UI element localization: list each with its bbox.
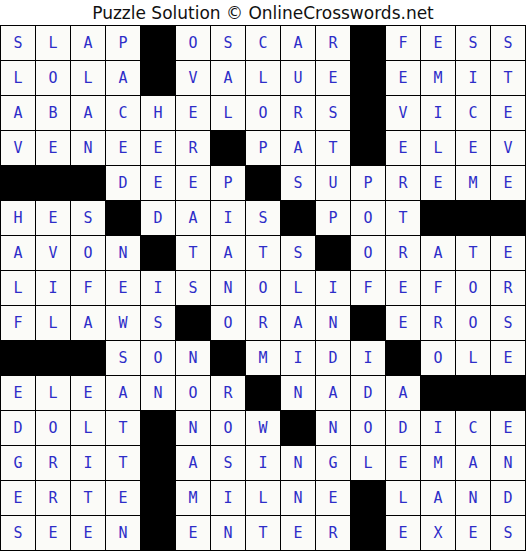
- letter-cell: E: [176, 166, 211, 201]
- letter-cell: E: [421, 166, 456, 201]
- letter-cell: A: [71, 306, 106, 341]
- block-cell: [351, 516, 386, 551]
- letter-cell: O: [176, 376, 211, 411]
- letter-cell: S: [176, 271, 211, 306]
- letter-cell: E: [176, 516, 211, 551]
- letter-cell: N: [176, 341, 211, 376]
- letter-cell: L: [246, 61, 281, 96]
- letter-cell: S: [281, 166, 316, 201]
- letter-cell: V: [1, 131, 36, 166]
- letter-cell: R: [386, 166, 421, 201]
- letter-cell: O: [141, 341, 176, 376]
- letter-cell: N: [316, 411, 351, 446]
- letter-cell: M: [421, 61, 456, 96]
- letter-cell: F: [421, 271, 456, 306]
- letter-cell: I: [456, 61, 491, 96]
- letter-cell: R: [491, 271, 526, 306]
- letter-cell: T: [246, 236, 281, 271]
- letter-cell: L: [211, 96, 246, 131]
- letter-cell: L: [281, 271, 316, 306]
- letter-cell: N: [211, 271, 246, 306]
- letter-cell: T: [106, 446, 141, 481]
- letter-cell: I: [71, 446, 106, 481]
- letter-cell: A: [281, 26, 316, 61]
- letter-cell: N: [176, 411, 211, 446]
- letter-cell: A: [281, 306, 316, 341]
- block-cell: [281, 411, 316, 446]
- block-cell: [246, 166, 281, 201]
- letter-cell: R: [36, 481, 71, 516]
- letter-cell: E: [1, 481, 36, 516]
- letter-cell: T: [106, 411, 141, 446]
- letter-cell: C: [456, 411, 491, 446]
- letter-cell: I: [211, 201, 246, 236]
- letter-cell: T: [316, 131, 351, 166]
- letter-cell: E: [106, 271, 141, 306]
- letter-cell: T: [71, 481, 106, 516]
- letter-cell: R: [36, 446, 71, 481]
- block-cell: [141, 516, 176, 551]
- letter-cell: L: [71, 411, 106, 446]
- letter-cell: T: [246, 516, 281, 551]
- letter-cell: T: [456, 236, 491, 271]
- letter-cell: N: [71, 131, 106, 166]
- block-cell: [456, 376, 491, 411]
- letter-cell: A: [281, 131, 316, 166]
- letter-cell: S: [281, 236, 316, 271]
- block-cell: [106, 201, 141, 236]
- letter-cell: S: [491, 306, 526, 341]
- letter-cell: R: [316, 26, 351, 61]
- letter-cell: I: [316, 271, 351, 306]
- letter-cell: O: [36, 411, 71, 446]
- block-cell: [71, 166, 106, 201]
- letter-cell: S: [456, 26, 491, 61]
- letter-cell: E: [491, 236, 526, 271]
- letter-cell: N: [211, 516, 246, 551]
- block-cell: [421, 376, 456, 411]
- letter-cell: O: [456, 271, 491, 306]
- letter-cell: I: [351, 341, 386, 376]
- letter-cell: F: [71, 271, 106, 306]
- letter-cell: A: [176, 446, 211, 481]
- letter-cell: H: [141, 96, 176, 131]
- block-cell: [386, 341, 421, 376]
- block-cell: [71, 341, 106, 376]
- letter-cell: A: [71, 26, 106, 61]
- letter-cell: O: [36, 61, 71, 96]
- block-cell: [456, 201, 491, 236]
- letter-cell: M: [456, 166, 491, 201]
- block-cell: [491, 376, 526, 411]
- letter-cell: E: [491, 411, 526, 446]
- letter-cell: E: [36, 201, 71, 236]
- letter-cell: I: [141, 271, 176, 306]
- letter-cell: P: [316, 201, 351, 236]
- letter-cell: S: [491, 516, 526, 551]
- letter-cell: A: [176, 201, 211, 236]
- letter-cell: E: [316, 481, 351, 516]
- letter-cell: M: [246, 341, 281, 376]
- block-cell: [246, 376, 281, 411]
- letter-cell: O: [246, 96, 281, 131]
- letter-cell: E: [141, 131, 176, 166]
- letter-cell: S: [1, 516, 36, 551]
- letter-cell: E: [386, 516, 421, 551]
- letter-cell: I: [421, 411, 456, 446]
- letter-cell: E: [141, 166, 176, 201]
- letter-cell: D: [351, 376, 386, 411]
- letter-cell: R: [421, 306, 456, 341]
- letter-cell: N: [456, 481, 491, 516]
- block-cell: [176, 306, 211, 341]
- letter-cell: D: [491, 481, 526, 516]
- letter-cell: W: [106, 306, 141, 341]
- letter-cell: H: [1, 201, 36, 236]
- letter-cell: L: [71, 61, 106, 96]
- letter-cell: C: [456, 96, 491, 131]
- letter-cell: V: [491, 131, 526, 166]
- letter-cell: X: [421, 516, 456, 551]
- letter-cell: A: [386, 376, 421, 411]
- letter-cell: E: [71, 376, 106, 411]
- letter-cell: L: [36, 376, 71, 411]
- letter-cell: A: [211, 61, 246, 96]
- letter-cell: E: [106, 481, 141, 516]
- letter-cell: R: [281, 96, 316, 131]
- letter-cell: C: [246, 26, 281, 61]
- block-cell: [351, 131, 386, 166]
- letter-cell: D: [316, 341, 351, 376]
- letter-cell: N: [281, 446, 316, 481]
- letter-cell: S: [316, 96, 351, 131]
- letter-cell: D: [1, 411, 36, 446]
- page-title: Puzzle Solution © OnlineCrosswords.net: [0, 0, 526, 25]
- letter-cell: E: [71, 516, 106, 551]
- letter-cell: I: [421, 96, 456, 131]
- letter-cell: G: [1, 446, 36, 481]
- letter-cell: U: [281, 61, 316, 96]
- letter-cell: S: [211, 446, 246, 481]
- block-cell: [351, 96, 386, 131]
- letter-cell: E: [456, 131, 491, 166]
- block-cell: [351, 61, 386, 96]
- block-cell: [36, 341, 71, 376]
- letter-cell: N: [106, 516, 141, 551]
- block-cell: [141, 26, 176, 61]
- letter-cell: B: [36, 96, 71, 131]
- block-cell: [1, 341, 36, 376]
- letter-cell: L: [351, 446, 386, 481]
- block-cell: [141, 61, 176, 96]
- letter-cell: O: [351, 411, 386, 446]
- block-cell: [421, 201, 456, 236]
- letter-cell: V: [386, 96, 421, 131]
- letter-cell: N: [281, 481, 316, 516]
- letter-cell: L: [36, 26, 71, 61]
- block-cell: [351, 481, 386, 516]
- letter-cell: S: [246, 201, 281, 236]
- letter-cell: V: [176, 61, 211, 96]
- letter-cell: S: [1, 26, 36, 61]
- letter-cell: S: [141, 306, 176, 341]
- letter-cell: C: [106, 96, 141, 131]
- letter-cell: O: [421, 341, 456, 376]
- letter-cell: U: [316, 166, 351, 201]
- letter-cell: M: [421, 446, 456, 481]
- letter-cell: T: [386, 201, 421, 236]
- letter-cell: A: [71, 96, 106, 131]
- letter-cell: N: [141, 376, 176, 411]
- letter-cell: R: [316, 516, 351, 551]
- block-cell: [36, 166, 71, 201]
- letter-cell: A: [421, 236, 456, 271]
- letter-cell: P: [351, 166, 386, 201]
- page: Puzzle Solution © OnlineCrosswords.net S…: [0, 0, 526, 551]
- letter-cell: P: [211, 166, 246, 201]
- letter-cell: A: [456, 446, 491, 481]
- block-cell: [351, 306, 386, 341]
- letter-cell: E: [106, 131, 141, 166]
- letter-cell: E: [491, 341, 526, 376]
- letter-cell: O: [71, 236, 106, 271]
- letter-cell: R: [386, 236, 421, 271]
- letter-cell: L: [36, 306, 71, 341]
- letter-cell: N: [281, 376, 316, 411]
- letter-cell: I: [246, 446, 281, 481]
- letter-cell: A: [211, 236, 246, 271]
- letter-cell: V: [36, 236, 71, 271]
- letter-cell: E: [386, 271, 421, 306]
- letter-cell: T: [176, 236, 211, 271]
- letter-cell: O: [211, 306, 246, 341]
- letter-cell: E: [386, 306, 421, 341]
- letter-cell: R: [211, 376, 246, 411]
- letter-cell: F: [351, 271, 386, 306]
- letter-cell: O: [211, 411, 246, 446]
- letter-cell: F: [1, 306, 36, 341]
- letter-cell: L: [1, 61, 36, 96]
- letter-cell: S: [106, 341, 141, 376]
- letter-cell: M: [176, 481, 211, 516]
- letter-cell: E: [281, 516, 316, 551]
- block-cell: [351, 26, 386, 61]
- letter-cell: O: [351, 201, 386, 236]
- letter-cell: E: [491, 96, 526, 131]
- letter-cell: S: [71, 201, 106, 236]
- block-cell: [1, 166, 36, 201]
- letter-cell: E: [386, 446, 421, 481]
- letter-cell: I: [281, 341, 316, 376]
- letter-cell: L: [386, 481, 421, 516]
- letter-cell: S: [211, 26, 246, 61]
- letter-cell: W: [246, 411, 281, 446]
- letter-cell: A: [421, 481, 456, 516]
- letter-cell: E: [386, 61, 421, 96]
- letter-cell: E: [1, 376, 36, 411]
- letter-cell: P: [246, 131, 281, 166]
- letter-cell: L: [421, 131, 456, 166]
- letter-cell: L: [456, 341, 491, 376]
- letter-cell: A: [106, 61, 141, 96]
- letter-cell: O: [246, 271, 281, 306]
- block-cell: [211, 131, 246, 166]
- letter-cell: A: [106, 376, 141, 411]
- block-cell: [281, 201, 316, 236]
- letter-cell: E: [386, 131, 421, 166]
- letter-cell: I: [36, 271, 71, 306]
- letter-cell: L: [1, 271, 36, 306]
- letter-cell: A: [316, 376, 351, 411]
- letter-cell: N: [106, 236, 141, 271]
- letter-cell: R: [176, 131, 211, 166]
- letter-cell: S: [491, 26, 526, 61]
- letter-cell: F: [386, 26, 421, 61]
- letter-cell: D: [106, 166, 141, 201]
- letter-cell: O: [176, 26, 211, 61]
- letter-cell: A: [1, 236, 36, 271]
- block-cell: [141, 236, 176, 271]
- block-cell: [141, 446, 176, 481]
- letter-cell: L: [246, 481, 281, 516]
- crossword-grid: SLAPOSCARFESSLOLAVALUEEMITABACHELORSVICE…: [0, 25, 526, 551]
- letter-cell: D: [141, 201, 176, 236]
- letter-cell: E: [36, 516, 71, 551]
- letter-cell: E: [491, 166, 526, 201]
- letter-cell: O: [456, 306, 491, 341]
- letter-cell: E: [421, 26, 456, 61]
- letter-cell: E: [456, 516, 491, 551]
- letter-cell: I: [211, 481, 246, 516]
- letter-cell: G: [316, 446, 351, 481]
- letter-cell: N: [491, 446, 526, 481]
- letter-cell: E: [36, 131, 71, 166]
- block-cell: [141, 411, 176, 446]
- block-cell: [491, 201, 526, 236]
- letter-cell: P: [106, 26, 141, 61]
- letter-cell: A: [1, 96, 36, 131]
- letter-cell: E: [316, 61, 351, 96]
- letter-cell: N: [316, 306, 351, 341]
- block-cell: [316, 236, 351, 271]
- letter-cell: R: [246, 306, 281, 341]
- letter-cell: E: [176, 96, 211, 131]
- letter-cell: T: [491, 61, 526, 96]
- letter-cell: D: [386, 411, 421, 446]
- block-cell: [211, 341, 246, 376]
- block-cell: [141, 481, 176, 516]
- letter-cell: O: [351, 236, 386, 271]
